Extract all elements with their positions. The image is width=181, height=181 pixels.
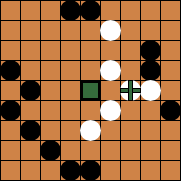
black-disc[interactable] xyxy=(160,100,181,121)
cell[interactable] xyxy=(81,41,100,60)
cell[interactable] xyxy=(61,101,80,120)
cell[interactable] xyxy=(101,141,120,160)
cell[interactable] xyxy=(101,121,120,140)
cell[interactable] xyxy=(61,141,80,160)
cell[interactable] xyxy=(41,161,60,180)
cell[interactable] xyxy=(101,101,120,120)
cell[interactable] xyxy=(101,161,120,180)
cell[interactable] xyxy=(21,101,40,120)
cell[interactable] xyxy=(161,81,180,100)
black-disc[interactable] xyxy=(20,80,41,101)
cell[interactable] xyxy=(141,41,160,60)
cell[interactable] xyxy=(41,1,60,20)
cell[interactable] xyxy=(1,141,20,160)
cell[interactable] xyxy=(161,1,180,20)
black-disc[interactable] xyxy=(40,140,61,161)
white-disc[interactable] xyxy=(80,120,101,141)
cell[interactable] xyxy=(141,121,160,140)
black-disc[interactable] xyxy=(60,160,81,181)
cell[interactable] xyxy=(101,81,120,100)
cell[interactable] xyxy=(21,61,40,80)
cell[interactable] xyxy=(101,1,120,20)
cell[interactable] xyxy=(161,161,180,180)
black-disc[interactable] xyxy=(80,0,101,21)
cell[interactable] xyxy=(81,121,100,140)
cell[interactable] xyxy=(81,161,100,180)
cell[interactable] xyxy=(1,81,20,100)
black-disc[interactable] xyxy=(0,60,21,81)
cell[interactable] xyxy=(121,101,140,120)
cell[interactable] xyxy=(1,101,20,120)
cell[interactable] xyxy=(61,41,80,60)
cell[interactable] xyxy=(61,1,80,20)
black-disc[interactable] xyxy=(20,120,41,141)
white-disc[interactable] xyxy=(140,80,161,101)
black-disc[interactable] xyxy=(60,0,81,21)
cell[interactable] xyxy=(161,41,180,60)
cell[interactable] xyxy=(141,141,160,160)
cell[interactable] xyxy=(41,21,60,40)
cell[interactable] xyxy=(1,41,20,60)
cell[interactable] xyxy=(81,101,100,120)
cell[interactable] xyxy=(161,141,180,160)
cell[interactable] xyxy=(81,21,100,40)
black-disc[interactable] xyxy=(140,60,161,81)
cell[interactable] xyxy=(21,21,40,40)
cell[interactable] xyxy=(61,21,80,40)
cell[interactable] xyxy=(61,121,80,140)
cell[interactable] xyxy=(81,141,100,160)
cell[interactable] xyxy=(41,41,60,60)
cell[interactable] xyxy=(1,121,20,140)
cell[interactable] xyxy=(101,41,120,60)
cell[interactable] xyxy=(41,121,60,140)
cell[interactable] xyxy=(161,121,180,140)
cell[interactable] xyxy=(121,1,140,20)
cell[interactable] xyxy=(101,61,120,80)
cell[interactable] xyxy=(141,21,160,40)
crosshair-marker-icon xyxy=(128,80,133,101)
cell[interactable] xyxy=(141,61,160,80)
white-disc[interactable] xyxy=(100,20,121,41)
cell[interactable] xyxy=(121,21,140,40)
cell[interactable] xyxy=(1,161,20,180)
cell[interactable] xyxy=(141,81,160,100)
cell[interactable] xyxy=(161,101,180,120)
cell[interactable] xyxy=(61,81,80,100)
cell[interactable] xyxy=(101,21,120,40)
cell[interactable] xyxy=(121,141,140,160)
cell[interactable] xyxy=(81,1,100,20)
cell[interactable] xyxy=(121,161,140,180)
cell[interactable] xyxy=(121,41,140,60)
cell[interactable] xyxy=(41,61,60,80)
cell[interactable] xyxy=(41,101,60,120)
game-board xyxy=(0,0,181,181)
cell[interactable] xyxy=(41,81,60,100)
black-disc[interactable] xyxy=(80,160,101,181)
cell[interactable] xyxy=(21,41,40,60)
cell[interactable] xyxy=(141,1,160,20)
cell[interactable] xyxy=(21,161,40,180)
white-disc[interactable] xyxy=(100,60,121,81)
cell[interactable] xyxy=(21,81,40,100)
cell[interactable] xyxy=(141,101,160,120)
cell[interactable] xyxy=(121,81,140,100)
cell[interactable] xyxy=(161,61,180,80)
white-disc[interactable] xyxy=(100,100,121,121)
cell[interactable] xyxy=(1,21,20,40)
blocked-cell[interactable] xyxy=(81,81,100,100)
cell[interactable] xyxy=(121,121,140,140)
black-disc[interactable] xyxy=(0,100,21,121)
cell[interactable] xyxy=(1,1,20,20)
cell[interactable] xyxy=(141,161,160,180)
cell[interactable] xyxy=(81,61,100,80)
cell[interactable] xyxy=(21,121,40,140)
cell[interactable] xyxy=(61,161,80,180)
black-disc[interactable] xyxy=(140,40,161,61)
cell[interactable] xyxy=(161,21,180,40)
cell[interactable] xyxy=(21,141,40,160)
cell[interactable] xyxy=(121,61,140,80)
cell[interactable] xyxy=(21,1,40,20)
cell[interactable] xyxy=(61,61,80,80)
cell[interactable] xyxy=(41,141,60,160)
cell[interactable] xyxy=(1,61,20,80)
